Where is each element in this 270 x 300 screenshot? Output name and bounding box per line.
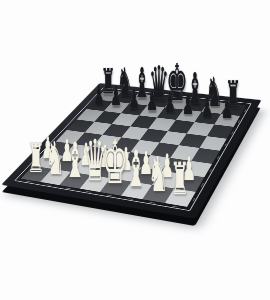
chess-set-photo: ♜♞♝♛♚♝♞♜♟♟♟♟♟♟♟♟♟♟♟♟♟♟♟♟♜♞♝♛♚♝♞♜	[0, 0, 270, 300]
